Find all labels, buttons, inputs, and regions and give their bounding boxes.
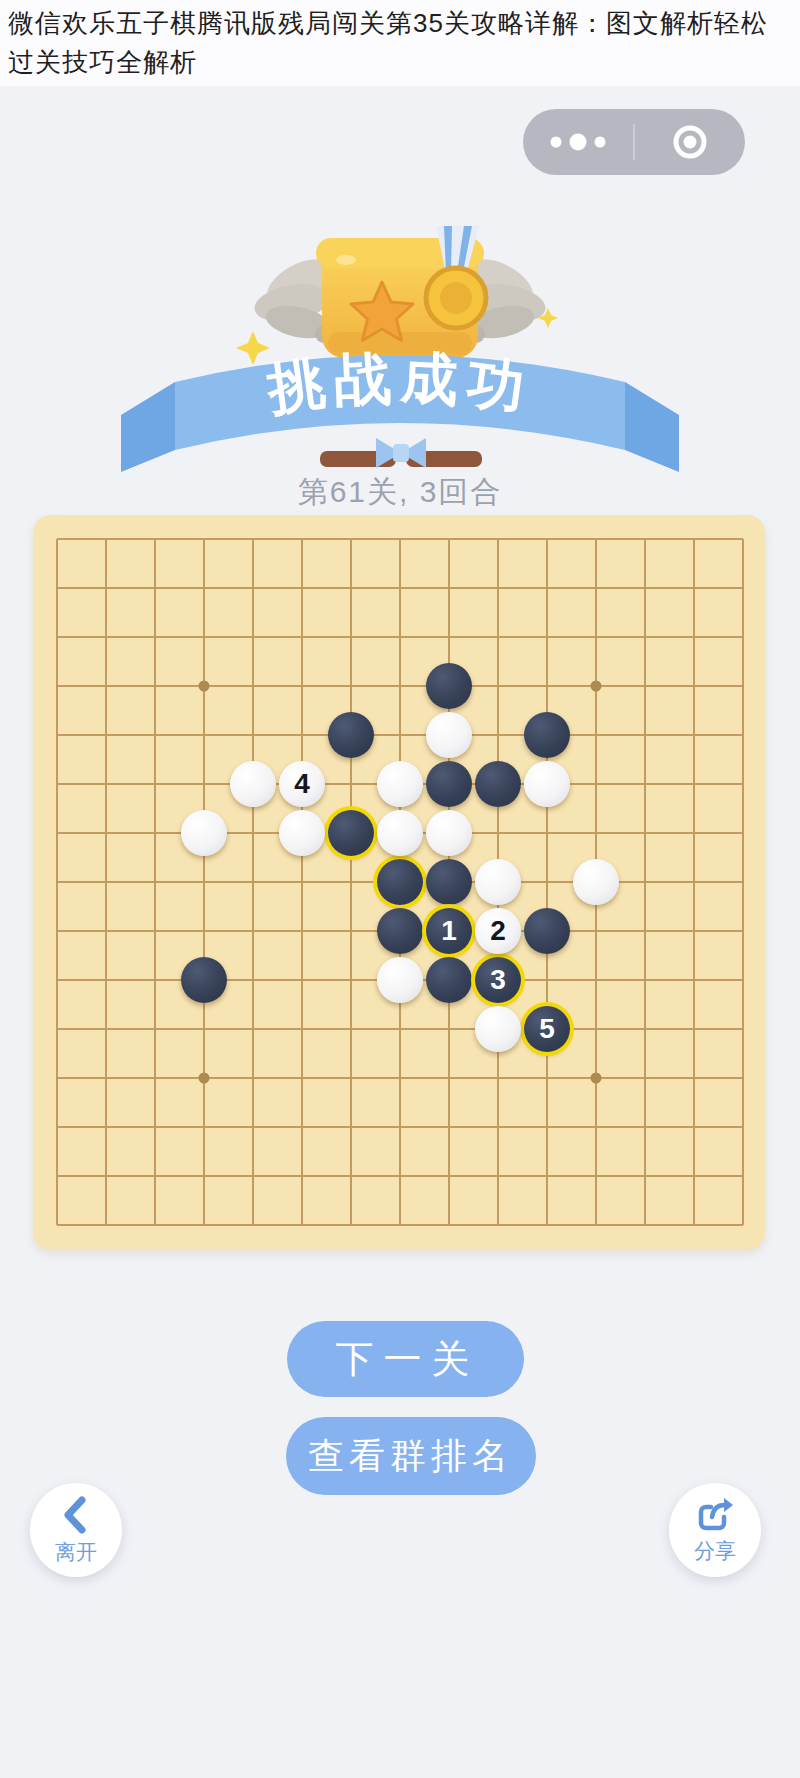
stone-black [328, 712, 374, 758]
back-chevron-icon [56, 1494, 96, 1536]
group-ranking-button[interactable]: 查看群排名 [286, 1417, 536, 1495]
gomoku-board[interactable]: 13542 [33, 515, 765, 1250]
stone-black [426, 663, 472, 709]
star-point [591, 1073, 602, 1084]
stone-white-move-4: 4 [279, 761, 325, 807]
banner-right-tail [625, 382, 679, 472]
article-title: 微信欢乐五子棋腾讯版残局闯关第35关攻略详解：图文解析轻松过关技巧全解析 [8, 4, 792, 82]
stone-white [475, 1006, 521, 1052]
share-label: 分享 [694, 1537, 736, 1565]
leave-button[interactable]: 离开 [30, 1483, 122, 1577]
stone-white [426, 712, 472, 758]
stone-black-move-5: 5 [524, 1006, 570, 1052]
leave-label: 离开 [55, 1538, 97, 1566]
stone-white [573, 859, 619, 905]
wechat-capsule [523, 109, 745, 175]
circle-target-icon [670, 122, 710, 162]
stone-black [426, 761, 472, 807]
stone-white [279, 810, 325, 856]
stone-black [181, 957, 227, 1003]
stone-black [524, 712, 570, 758]
star-point [199, 1073, 210, 1084]
stone-black [426, 859, 472, 905]
stone-black [426, 957, 472, 1003]
share-button[interactable]: 分享 [669, 1483, 761, 1577]
banner-left-tail [121, 382, 175, 472]
next-level-button[interactable]: 下一关 [287, 1321, 524, 1397]
stone-black-move-3: 3 [475, 957, 521, 1003]
stone-black-move-1: 1 [426, 908, 472, 954]
stone-black [524, 908, 570, 954]
stone-white-move-2: 2 [475, 908, 521, 954]
stone-black [377, 908, 423, 954]
stone-white [230, 761, 276, 807]
more-dots-icon [543, 127, 613, 157]
stone-white [426, 810, 472, 856]
stone-white [475, 859, 521, 905]
stone-white [377, 761, 423, 807]
star-point [199, 681, 210, 692]
stone-white [377, 810, 423, 856]
level-subtitle: 第61关, 3回合 [0, 472, 800, 513]
capsule-close-button[interactable] [635, 109, 745, 175]
stone-white [524, 761, 570, 807]
stone-white [181, 810, 227, 856]
capsule-menu-button[interactable] [523, 109, 633, 175]
stone-black [475, 761, 521, 807]
stone-black [328, 810, 374, 856]
star-point [591, 681, 602, 692]
stone-black [377, 859, 423, 905]
share-icon [694, 1495, 736, 1535]
stone-white [377, 957, 423, 1003]
